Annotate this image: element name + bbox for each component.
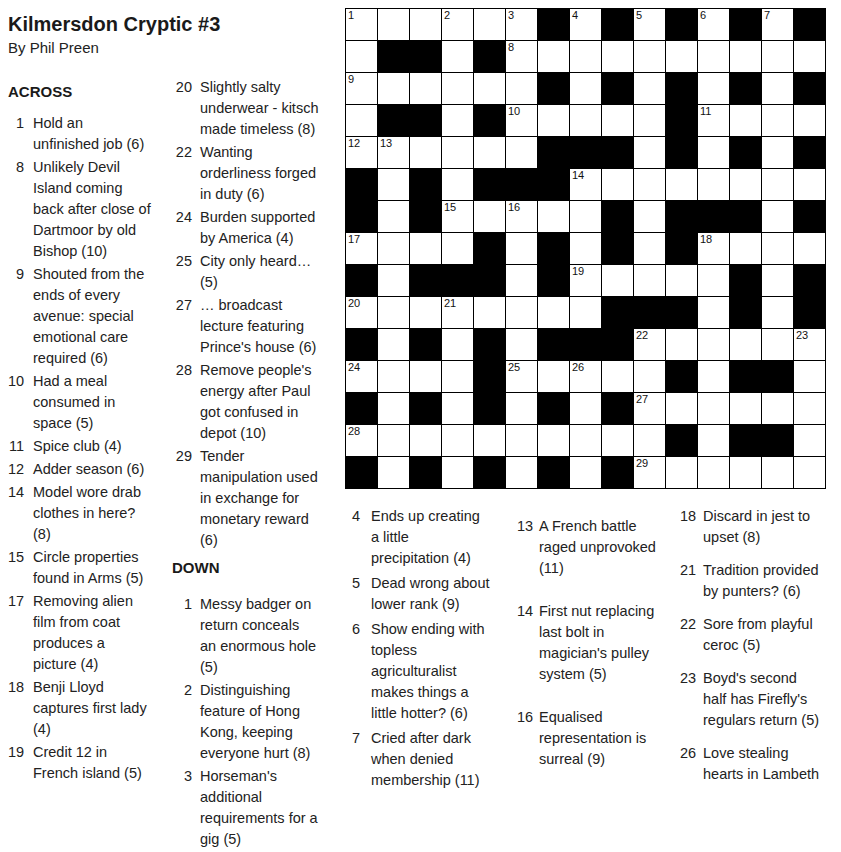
clue-number: 18 <box>8 677 24 740</box>
clue-number: 25 <box>172 251 192 293</box>
clue-item: 18Benji Lloyd captures first lady (4) <box>8 677 173 740</box>
cell-number: 9 <box>348 74 354 85</box>
clue-item: 24Burden supported by America (4) <box>172 207 344 249</box>
grid-cell[interactable]: 20 <box>346 297 378 329</box>
grid-cell-black <box>538 233 570 265</box>
grid-cell[interactable] <box>634 201 666 233</box>
clue-text: Model wore drab clothes in here? (8) <box>33 482 173 545</box>
grid-cell[interactable]: 9 <box>346 73 378 105</box>
grid-cell[interactable] <box>666 329 698 361</box>
grid-cell[interactable] <box>634 233 666 265</box>
grid-cell[interactable] <box>378 361 410 393</box>
grid-cell-black <box>730 137 762 169</box>
grid-cell-black <box>538 393 570 425</box>
grid-cell-black <box>730 297 762 329</box>
grid-cell[interactable] <box>698 41 730 73</box>
grid-cell[interactable] <box>378 329 410 361</box>
grid-cell[interactable] <box>442 137 474 169</box>
grid-cell[interactable]: 18 <box>698 233 730 265</box>
grid-cell-black <box>602 233 634 265</box>
grid-cell-black <box>602 297 634 329</box>
grid-cell[interactable]: 21 <box>442 297 474 329</box>
grid-cell-black <box>730 265 762 297</box>
grid-cell[interactable]: 26 <box>570 361 602 393</box>
grid-cell[interactable] <box>698 457 730 489</box>
clue-text: Had a meal consumed in space (5) <box>33 371 173 434</box>
grid-cell[interactable]: 5 <box>634 9 666 41</box>
clue-number: 14 <box>8 482 24 545</box>
clue-number: 17 <box>8 591 24 675</box>
grid-cell-black <box>474 233 506 265</box>
grid-cell[interactable] <box>570 201 602 233</box>
cell-number: 14 <box>572 170 584 181</box>
cell-number: 8 <box>508 42 514 53</box>
grid-cell[interactable]: 13 <box>378 137 410 169</box>
clue-item: 11Spice club (4) <box>8 436 173 457</box>
clue-item: 22Wanting orderliness forged in duty (6) <box>172 142 344 205</box>
grid-cell-black <box>410 393 442 425</box>
grid-cell-black <box>794 201 826 233</box>
grid-cell-black <box>762 425 794 457</box>
clue-number: 13 <box>517 516 532 579</box>
grid-cell-black <box>346 169 378 201</box>
grid-cell-black <box>666 201 698 233</box>
down-clues-column-1: 4Ends up creating a little precipitation… <box>348 506 508 795</box>
grid-cell[interactable] <box>730 457 762 489</box>
grid-cell[interactable] <box>762 457 794 489</box>
grid-cell[interactable] <box>666 457 698 489</box>
clue-number: 2 <box>172 680 192 764</box>
clue-text: Messy badger on return conceals an enorm… <box>200 594 344 678</box>
clue-text: Tender manipulation used in exchange for… <box>200 446 344 551</box>
grid-cell[interactable] <box>634 41 666 73</box>
grid-cell[interactable] <box>378 265 410 297</box>
grid-cell-black <box>410 105 442 137</box>
grid-cell-black <box>474 329 506 361</box>
grid-cell[interactable] <box>698 169 730 201</box>
grid-cell[interactable] <box>794 457 826 489</box>
grid-cell[interactable] <box>538 201 570 233</box>
grid-cell[interactable] <box>634 425 666 457</box>
grid-cell[interactable]: 28 <box>346 425 378 457</box>
clue-number: 7 <box>348 728 360 791</box>
grid-cell-black <box>602 137 634 169</box>
across-clues-left-column: 1Hold an unfinished job (6)8Unlikely Dev… <box>8 113 173 786</box>
clue-number: 11 <box>8 436 24 457</box>
cell-number: 6 <box>700 10 706 21</box>
grid-cell-black <box>666 9 698 41</box>
down-clues-middle-column: 1Messy badger on return conceals an enor… <box>172 594 344 852</box>
grid-cell[interactable] <box>538 297 570 329</box>
grid-cell[interactable] <box>474 297 506 329</box>
grid-cell[interactable] <box>474 201 506 233</box>
grid-cell[interactable]: 16 <box>506 201 538 233</box>
grid-cell[interactable] <box>698 393 730 425</box>
grid-cell[interactable] <box>410 137 442 169</box>
clue-item: 1Messy badger on return conceals an enor… <box>172 594 344 678</box>
grid-cell[interactable]: 24 <box>346 361 378 393</box>
grid-cell[interactable] <box>346 41 378 73</box>
grid-cell-black <box>666 425 698 457</box>
grid-cell[interactable] <box>570 425 602 457</box>
grid-cell[interactable]: 25 <box>506 361 538 393</box>
cell-number: 4 <box>572 10 578 21</box>
down-clues-column-3: 18Discard in jest to upset (8)21Traditio… <box>680 506 841 797</box>
clue-number: 23 <box>680 668 695 731</box>
grid-cell[interactable] <box>442 73 474 105</box>
clue-text: Ends up creating a little precipitation … <box>371 506 508 569</box>
grid-cell-black <box>730 73 762 105</box>
cell-number: 23 <box>796 330 808 341</box>
grid-cell[interactable] <box>570 233 602 265</box>
clue-number: 12 <box>8 459 24 480</box>
grid-cell[interactable] <box>762 73 794 105</box>
grid-cell[interactable] <box>410 9 442 41</box>
cell-number: 25 <box>508 362 520 373</box>
cell-number: 12 <box>348 138 360 149</box>
grid-cell[interactable] <box>410 73 442 105</box>
grid-cell[interactable] <box>442 361 474 393</box>
clue-item: 21Tradition provided by punters? (6) <box>680 560 841 602</box>
grid-cell-black <box>634 297 666 329</box>
grid-cell[interactable] <box>762 169 794 201</box>
grid-cell-black <box>378 105 410 137</box>
clue-number: 19 <box>8 742 24 784</box>
grid-cell[interactable] <box>378 9 410 41</box>
grid-cell[interactable] <box>634 137 666 169</box>
grid-cell[interactable] <box>602 361 634 393</box>
clue-number: 27 <box>172 295 192 358</box>
grid-cell[interactable] <box>762 233 794 265</box>
clue-text: Love stealing hearts in Lambeth <box>703 743 841 785</box>
grid-cell[interactable] <box>538 425 570 457</box>
grid-cell[interactable] <box>634 105 666 137</box>
grid-cell[interactable] <box>410 425 442 457</box>
clue-text: A French battle raged unprovoked (11) <box>539 516 675 579</box>
clue-number: 24 <box>172 207 192 249</box>
grid-cell-black <box>538 329 570 361</box>
grid-cell[interactable] <box>570 457 602 489</box>
cell-number: 5 <box>636 10 642 21</box>
grid-cell[interactable] <box>602 425 634 457</box>
clue-number: 20 <box>172 77 192 140</box>
grid-cell-black <box>730 425 762 457</box>
clue-number: 22 <box>680 614 695 656</box>
grid-cell[interactable] <box>634 169 666 201</box>
cell-number: 27 <box>636 394 648 405</box>
grid-cell[interactable]: 19 <box>570 265 602 297</box>
cell-number: 19 <box>572 266 584 277</box>
grid-cell[interactable]: 6 <box>698 9 730 41</box>
grid-cell-black <box>346 265 378 297</box>
grid-cell[interactable]: 29 <box>634 457 666 489</box>
grid-cell[interactable] <box>698 137 730 169</box>
clue-number: 5 <box>348 573 360 615</box>
grid-cell[interactable] <box>506 265 538 297</box>
grid-cell[interactable] <box>378 393 410 425</box>
grid-cell[interactable] <box>762 265 794 297</box>
grid-cell[interactable] <box>730 169 762 201</box>
clue-number: 22 <box>172 142 192 205</box>
grid-cell-black <box>602 9 634 41</box>
grid-cell[interactable] <box>666 169 698 201</box>
clue-item: 23Boyd's second half has Firefly's regul… <box>680 668 841 731</box>
grid-cell-black <box>666 137 698 169</box>
clue-text: First nut replacing last bolt in magicia… <box>539 601 675 685</box>
grid-cell[interactable] <box>762 393 794 425</box>
grid-cell-black <box>730 361 762 393</box>
clue-text: Credit 12 in French island (5) <box>33 742 173 784</box>
grid-cell[interactable] <box>506 425 538 457</box>
grid-cell[interactable] <box>730 41 762 73</box>
grid-cell[interactable]: 7 <box>762 9 794 41</box>
grid-cell[interactable] <box>506 233 538 265</box>
grid-cell[interactable] <box>730 329 762 361</box>
grid-cell-black <box>410 457 442 489</box>
grid-cell[interactable]: 22 <box>634 329 666 361</box>
grid-cell[interactable] <box>762 41 794 73</box>
grid-cell[interactable] <box>794 361 826 393</box>
clue-item: 22Sore from playful ceroc (5) <box>680 614 841 656</box>
grid-cell[interactable] <box>666 265 698 297</box>
grid-cell-black <box>378 41 410 73</box>
grid-cell-black <box>794 137 826 169</box>
grid-cell[interactable] <box>794 169 826 201</box>
grid-cell[interactable] <box>634 265 666 297</box>
grid-cell-black <box>346 393 378 425</box>
grid-cell[interactable] <box>666 41 698 73</box>
clue-text: Spice club (4) <box>33 436 173 457</box>
clue-text: Shouted from the ends of every avenue: s… <box>33 264 173 369</box>
grid-cell[interactable]: 4 <box>570 9 602 41</box>
grid-cell[interactable] <box>762 297 794 329</box>
cell-number: 13 <box>380 138 392 149</box>
grid-cell[interactable] <box>378 233 410 265</box>
clue-text: Wanting orderliness forged in duty (6) <box>200 142 344 205</box>
grid-cell[interactable]: 27 <box>634 393 666 425</box>
grid-cell[interactable] <box>378 297 410 329</box>
grid-cell-black <box>762 361 794 393</box>
grid-cell[interactable] <box>474 425 506 457</box>
grid-cell[interactable] <box>442 41 474 73</box>
grid-cell[interactable] <box>698 361 730 393</box>
grid-cell-black <box>538 265 570 297</box>
cell-number: 18 <box>700 234 712 245</box>
clue-number: 6 <box>348 619 360 724</box>
clue-text: Sore from playful ceroc (5) <box>703 614 841 656</box>
grid-cell[interactable] <box>602 41 634 73</box>
grid-cell[interactable] <box>410 233 442 265</box>
grid-cell-black <box>538 169 570 201</box>
puzzle-title: Kilmersdon Cryptic #3 <box>8 11 220 37</box>
cell-number: 28 <box>348 426 360 437</box>
clue-item: 27… broadcast lecture featuring Prince's… <box>172 295 344 358</box>
grid-cell-black <box>474 393 506 425</box>
grid-cell[interactable] <box>442 329 474 361</box>
grid-cell-black <box>794 265 826 297</box>
cell-number: 22 <box>636 330 648 341</box>
grid-cell[interactable] <box>762 201 794 233</box>
clue-item: 8Unlikely Devil Island coming back after… <box>8 157 173 262</box>
clue-item: 1Hold an unfinished job (6) <box>8 113 173 155</box>
grid-cell[interactable] <box>634 73 666 105</box>
grid-cell[interactable] <box>762 105 794 137</box>
grid-cell[interactable] <box>474 137 506 169</box>
grid-cell[interactable] <box>442 457 474 489</box>
grid-cell[interactable] <box>506 393 538 425</box>
cell-number: 16 <box>508 202 520 213</box>
grid-cell-black <box>602 457 634 489</box>
grid-cell[interactable] <box>794 105 826 137</box>
grid-cell-black <box>538 137 570 169</box>
grid-cell[interactable] <box>506 457 538 489</box>
grid-cell[interactable] <box>410 361 442 393</box>
grid-cell[interactable] <box>794 393 826 425</box>
clue-text: … broadcast lecture featuring Prince's h… <box>200 295 344 358</box>
grid-cell[interactable] <box>570 297 602 329</box>
grid-cell[interactable] <box>442 425 474 457</box>
grid-cell-black <box>346 329 378 361</box>
clue-number: 10 <box>8 371 24 434</box>
cell-number: 3 <box>508 10 514 21</box>
cell-number: 1 <box>348 10 354 21</box>
crossword-page: Kilmersdon Cryptic #3 By Phil Preen ACRO… <box>0 0 841 852</box>
clue-item: 7Cried after dark when denied membership… <box>348 728 508 791</box>
grid-cell[interactable] <box>634 361 666 393</box>
clue-text: Removing alien film from coat produces a… <box>33 591 173 675</box>
crossword-grid: 1234567891011121314151617181920212223242… <box>345 8 826 489</box>
grid-cell[interactable]: 23 <box>794 329 826 361</box>
grid-cell[interactable] <box>474 73 506 105</box>
grid-cell-black <box>474 265 506 297</box>
grid-cell[interactable] <box>570 41 602 73</box>
grid-cell-black <box>602 73 634 105</box>
grid-cell[interactable] <box>730 393 762 425</box>
grid-cell[interactable]: 2 <box>442 9 474 41</box>
grid-cell[interactable] <box>570 105 602 137</box>
clue-item: 19Credit 12 in French island (5) <box>8 742 173 784</box>
clue-text: Dead wrong about lower rank (9) <box>371 573 508 615</box>
grid-cell[interactable] <box>794 233 826 265</box>
grid-cell[interactable] <box>698 73 730 105</box>
grid-cell[interactable] <box>602 265 634 297</box>
grid-cell-black <box>794 9 826 41</box>
grid-cell[interactable] <box>442 233 474 265</box>
clue-text: Hold an unfinished job (6) <box>33 113 173 155</box>
grid-cell[interactable] <box>442 169 474 201</box>
grid-cell-black <box>794 73 826 105</box>
grid-cell[interactable] <box>698 265 730 297</box>
clue-text: Boyd's second half has Firefly's regular… <box>703 668 841 731</box>
grid-cell[interactable] <box>378 201 410 233</box>
grid-cell[interactable] <box>666 393 698 425</box>
grid-cell-black <box>410 169 442 201</box>
grid-cell[interactable] <box>794 425 826 457</box>
grid-cell[interactable] <box>698 329 730 361</box>
grid-cell-black <box>666 361 698 393</box>
clue-text: Horseman's additional requirements for a… <box>200 766 344 850</box>
grid-cell[interactable] <box>730 105 762 137</box>
clue-number: 8 <box>8 157 24 262</box>
grid-cell-black <box>570 329 602 361</box>
grid-cell[interactable]: 10 <box>506 105 538 137</box>
grid-cell[interactable] <box>538 105 570 137</box>
grid-cell[interactable] <box>346 105 378 137</box>
grid-cell-black <box>346 201 378 233</box>
cell-number: 29 <box>636 458 648 469</box>
cell-number: 20 <box>348 298 360 309</box>
grid-cell[interactable] <box>378 457 410 489</box>
clue-number: 9 <box>8 264 24 369</box>
grid-cell[interactable] <box>762 329 794 361</box>
grid-cell[interactable] <box>538 361 570 393</box>
grid-cell[interactable]: 17 <box>346 233 378 265</box>
grid-cell[interactable] <box>602 105 634 137</box>
grid-cell[interactable] <box>378 73 410 105</box>
grid-cell[interactable] <box>378 425 410 457</box>
clue-text: Show ending with topless agriculturalist… <box>371 619 508 724</box>
down-heading: DOWN <box>172 557 220 578</box>
grid-cell[interactable] <box>506 137 538 169</box>
grid-cell-black <box>474 105 506 137</box>
grid-cell-black <box>538 9 570 41</box>
grid-cell[interactable]: 8 <box>506 41 538 73</box>
grid-cell[interactable] <box>698 425 730 457</box>
grid-cell[interactable] <box>794 41 826 73</box>
grid-cell[interactable]: 15 <box>442 201 474 233</box>
grid-cell[interactable] <box>602 169 634 201</box>
grid-cell[interactable]: 14 <box>570 169 602 201</box>
clue-number: 18 <box>680 506 695 548</box>
grid-cell-black <box>698 201 730 233</box>
grid-cell-black <box>602 329 634 361</box>
grid-cell[interactable]: 3 <box>506 9 538 41</box>
grid-cell[interactable] <box>762 137 794 169</box>
clue-item: 4Ends up creating a little precipitation… <box>348 506 508 569</box>
grid-cell[interactable]: 1 <box>346 9 378 41</box>
grid-cell-black <box>474 457 506 489</box>
grid-cell[interactable] <box>730 233 762 265</box>
grid-cell[interactable]: 12 <box>346 137 378 169</box>
grid-cell-black <box>346 457 378 489</box>
grid-cell[interactable] <box>506 73 538 105</box>
clue-number: 21 <box>680 560 695 602</box>
cell-number: 15 <box>444 202 456 213</box>
cell-number: 17 <box>348 234 360 245</box>
grid-cell[interactable] <box>506 329 538 361</box>
grid-cell[interactable] <box>538 41 570 73</box>
grid-cell[interactable] <box>474 9 506 41</box>
clue-text: Discard in jest to upset (8) <box>703 506 841 548</box>
grid-cell[interactable] <box>570 393 602 425</box>
grid-cell[interactable] <box>698 297 730 329</box>
grid-cell-black <box>538 457 570 489</box>
grid-cell-black <box>474 169 506 201</box>
grid-cell-black <box>474 361 506 393</box>
grid-cell-black <box>474 41 506 73</box>
grid-cell-black <box>666 297 698 329</box>
cell-number: 10 <box>508 106 520 117</box>
grid-cell[interactable] <box>378 169 410 201</box>
clue-item: 12Adder season (6) <box>8 459 173 480</box>
grid-cell[interactable] <box>410 297 442 329</box>
clue-number: 16 <box>517 707 532 770</box>
grid-cell[interactable] <box>442 105 474 137</box>
grid-cell[interactable]: 11 <box>698 105 730 137</box>
grid-cell[interactable] <box>442 393 474 425</box>
grid-cell[interactable] <box>506 297 538 329</box>
grid-cell[interactable] <box>570 73 602 105</box>
